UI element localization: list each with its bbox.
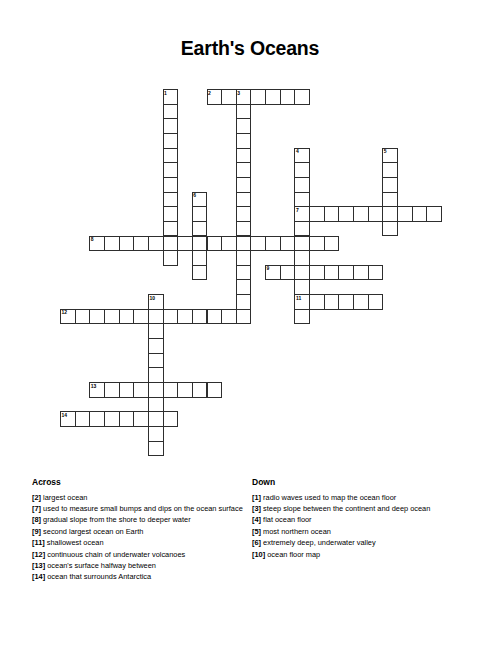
- cell-r0c11[interactable]: [221, 89, 237, 105]
- cell-r17c6[interactable]: [148, 338, 164, 354]
- across-clue-7: [7] used to measure small bumps and dips…: [32, 503, 250, 514]
- cell-r12c12[interactable]: [236, 265, 252, 281]
- cell-r6c12[interactable]: [236, 177, 252, 193]
- cell-r4c7[interactable]: [163, 148, 179, 164]
- cell-r7c22[interactable]: [382, 192, 398, 208]
- cell-r6c22[interactable]: [382, 177, 398, 193]
- cell-r8c25[interactable]: [426, 206, 442, 222]
- cell-r10c13[interactable]: [250, 236, 266, 252]
- across-clue-11: [11] shallowest ocean: [32, 537, 250, 548]
- cell-r15c1[interactable]: [75, 309, 91, 325]
- down-clue-6: [6] extremely deep, underwater valley: [252, 537, 490, 548]
- cell-number-13: 13: [89, 382, 96, 389]
- cell-r12c17[interactable]: [309, 265, 325, 281]
- cell-r10c16[interactable]: [294, 236, 310, 252]
- cell-number-8: 8: [89, 236, 93, 243]
- cell-r10c11[interactable]: [221, 236, 237, 252]
- cell-r9c7[interactable]: [163, 221, 179, 237]
- cell-r8c9[interactable]: [192, 206, 208, 222]
- across-clue-9: [9] second largest ocean on Earth: [32, 526, 250, 537]
- cell-r14c19[interactable]: [338, 294, 354, 310]
- cell-r15c9[interactable]: [192, 309, 208, 325]
- down-clue-3: [3] steep slope between the continent an…: [252, 503, 490, 514]
- cell-r15c7[interactable]: [163, 309, 179, 325]
- cell-r2c7[interactable]: [163, 118, 179, 134]
- cell-r10c4[interactable]: [119, 236, 135, 252]
- cell-number-2: 2: [207, 89, 211, 96]
- cell-r10c17[interactable]: [309, 236, 325, 252]
- cell-r15c6[interactable]: [148, 309, 164, 325]
- cell-r12c9[interactable]: [192, 265, 208, 281]
- cell-r9c16[interactable]: [294, 221, 310, 237]
- cell-r8c24[interactable]: [412, 206, 428, 222]
- cell-r15c2[interactable]: [89, 309, 105, 325]
- cell-r10c5[interactable]: [133, 236, 149, 252]
- cell-r22c7[interactable]: [163, 411, 179, 427]
- cell-number-7: 7: [294, 206, 298, 213]
- cell-r10c3[interactable]: [104, 236, 120, 252]
- cell-r12c15[interactable]: [280, 265, 296, 281]
- cell-r7c16[interactable]: [294, 192, 310, 208]
- cell-r8c19[interactable]: [338, 206, 354, 222]
- across-clue-12: [12] continuous chain of underwater volc…: [32, 549, 250, 560]
- cell-r5c7[interactable]: [163, 162, 179, 178]
- cell-r5c12[interactable]: [236, 162, 252, 178]
- cell-r11c9[interactable]: [192, 250, 208, 266]
- cell-r12c19[interactable]: [338, 265, 354, 281]
- cell-number-11: 11: [294, 294, 301, 301]
- cell-r19c6[interactable]: [148, 367, 164, 383]
- across-clue-8: [8] gradual slope from the shore to deep…: [32, 514, 250, 525]
- cell-r20c10[interactable]: [207, 382, 223, 398]
- cell-r12c18[interactable]: [324, 265, 340, 281]
- cell-r8c12[interactable]: [236, 206, 252, 222]
- cell-r8c17[interactable]: [309, 206, 325, 222]
- cell-r22c6[interactable]: [148, 411, 164, 427]
- cell-r0c16[interactable]: [294, 89, 310, 105]
- cell-r11c7[interactable]: [163, 250, 179, 266]
- cell-r10c15[interactable]: [280, 236, 296, 252]
- crossword-grid: 1234567891011121314: [60, 89, 442, 456]
- cell-r20c8[interactable]: [177, 382, 193, 398]
- cell-r10c8[interactable]: [177, 236, 193, 252]
- cell-r9c12[interactable]: [236, 221, 252, 237]
- cell-r20c9[interactable]: [192, 382, 208, 398]
- cell-r12c20[interactable]: [353, 265, 369, 281]
- cell-r15c10[interactable]: [207, 309, 223, 325]
- cell-r10c7[interactable]: [163, 236, 179, 252]
- cell-r0c13[interactable]: [250, 89, 266, 105]
- cell-number-9: 9: [265, 265, 269, 272]
- cell-r8c7[interactable]: [163, 206, 179, 222]
- down-clues-section: Down [1] radio waves used to map the oce…: [252, 477, 490, 560]
- down-clue-4: [4] flat ocean floor: [252, 514, 490, 525]
- cell-r9c9[interactable]: [192, 221, 208, 237]
- cell-number-4: 4: [294, 148, 298, 155]
- down-clue-1: [1] radio waves used to map the ocean fl…: [252, 492, 490, 503]
- cell-r1c7[interactable]: [163, 104, 179, 120]
- across-clues-section: Across [2] largest ocean[7] used to meas…: [32, 477, 250, 583]
- cell-r15c5[interactable]: [133, 309, 149, 325]
- cell-r10c12[interactable]: [236, 236, 252, 252]
- cell-r7c7[interactable]: [163, 192, 179, 208]
- cell-r10c9[interactable]: [192, 236, 208, 252]
- cell-r1c12[interactable]: [236, 104, 252, 120]
- cell-r15c4[interactable]: [119, 309, 135, 325]
- cell-r2c12[interactable]: [236, 118, 252, 134]
- cell-number-3: 3: [236, 89, 240, 96]
- cell-r20c6[interactable]: [148, 382, 164, 398]
- cell-r23c6[interactable]: [148, 426, 164, 442]
- cell-r21c6[interactable]: [148, 397, 164, 413]
- cell-r20c4[interactable]: [119, 382, 135, 398]
- across-header: Across: [32, 477, 250, 487]
- cell-r22c4[interactable]: [119, 411, 135, 427]
- cell-r10c18[interactable]: [324, 236, 340, 252]
- cell-r16c6[interactable]: [148, 323, 164, 339]
- cell-r8c18[interactable]: [324, 206, 340, 222]
- cell-r8c23[interactable]: [397, 206, 413, 222]
- across-clue-13: [13] ocean's surface halfway between: [32, 560, 250, 571]
- puzzle-title: Earth's Oceans: [0, 37, 500, 60]
- cell-r10c14[interactable]: [265, 236, 281, 252]
- cell-r20c7[interactable]: [163, 382, 179, 398]
- cell-r0c14[interactable]: [265, 89, 281, 105]
- cell-r15c11[interactable]: [221, 309, 237, 325]
- cell-r24c6[interactable]: [148, 441, 164, 457]
- down-clue-10: [10] ocean floor map: [252, 549, 490, 560]
- across-clue-14: [14] ocean that surrounds Antarctica: [32, 571, 250, 582]
- cell-number-6: 6: [192, 192, 196, 199]
- across-clue-2: [2] largest ocean: [32, 492, 250, 503]
- cell-r14c17[interactable]: [309, 294, 325, 310]
- cell-r8c20[interactable]: [353, 206, 369, 222]
- cell-r15c12[interactable]: [236, 309, 252, 325]
- cell-r0c15[interactable]: [280, 89, 296, 105]
- cell-r7c12[interactable]: [236, 192, 252, 208]
- cell-number-5: 5: [382, 148, 386, 155]
- cell-r22c3[interactable]: [104, 411, 120, 427]
- cell-r3c7[interactable]: [163, 133, 179, 149]
- cell-r8c21[interactable]: [368, 206, 384, 222]
- cell-r14c20[interactable]: [353, 294, 369, 310]
- down-header: Down: [252, 477, 490, 487]
- cell-r22c2[interactable]: [89, 411, 105, 427]
- cell-r5c22[interactable]: [382, 162, 398, 178]
- cell-r14c18[interactable]: [324, 294, 340, 310]
- cell-number-14: 14: [60, 411, 67, 418]
- down-clue-5: [5] most northern ocean: [252, 526, 490, 537]
- cell-r14c12[interactable]: [236, 294, 252, 310]
- cell-r9c22[interactable]: [382, 221, 398, 237]
- cell-r15c8[interactable]: [177, 309, 193, 325]
- cell-number-12: 12: [60, 309, 67, 316]
- cell-r20c3[interactable]: [104, 382, 120, 398]
- across-clues-list: [2] largest ocean[7] used to measure sma…: [32, 492, 250, 583]
- cell-r18c6[interactable]: [148, 353, 164, 369]
- cell-r15c3[interactable]: [104, 309, 120, 325]
- cell-r22c5[interactable]: [133, 411, 149, 427]
- cell-r10c10[interactable]: [207, 236, 223, 252]
- cell-r10c6[interactable]: [148, 236, 164, 252]
- cell-r13c16[interactable]: [294, 279, 310, 295]
- cell-r5c16[interactable]: [294, 162, 310, 178]
- cell-r12c21[interactable]: [368, 265, 384, 281]
- cell-r15c16[interactable]: [294, 309, 310, 325]
- cell-r20c5[interactable]: [133, 382, 149, 398]
- cell-r11c12[interactable]: [236, 250, 252, 266]
- cell-number-10: 10: [148, 294, 155, 301]
- cell-r13c12[interactable]: [236, 279, 252, 295]
- cell-r12c16[interactable]: [294, 265, 310, 281]
- cell-r6c16[interactable]: [294, 177, 310, 193]
- down-clues-list: [1] radio waves used to map the ocean fl…: [252, 492, 490, 560]
- cell-number-1: 1: [163, 89, 167, 96]
- cell-r6c7[interactable]: [163, 177, 179, 193]
- cell-r3c12[interactable]: [236, 133, 252, 149]
- cell-r11c16[interactable]: [294, 250, 310, 266]
- cell-r8c22[interactable]: [382, 206, 398, 222]
- cell-r14c21[interactable]: [368, 294, 384, 310]
- cell-r22c1[interactable]: [75, 411, 91, 427]
- cell-r4c12[interactable]: [236, 148, 252, 164]
